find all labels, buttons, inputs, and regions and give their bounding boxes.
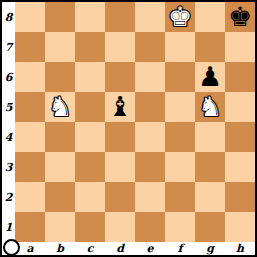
square-h7[interactable] [225, 32, 255, 62]
square-g5[interactable]: ♞ [195, 92, 225, 122]
black-pawn-icon: ♟ [195, 62, 225, 92]
square-a6[interactable] [15, 62, 45, 92]
square-g1[interactable] [195, 212, 225, 242]
square-d2[interactable] [105, 182, 135, 212]
square-h8[interactable]: ♚ [225, 2, 255, 32]
square-h3[interactable] [225, 152, 255, 182]
square-h5[interactable] [225, 92, 255, 122]
square-b5[interactable]: ♞ [45, 92, 75, 122]
square-f6[interactable] [165, 62, 195, 92]
square-c4[interactable] [75, 122, 105, 152]
square-b1[interactable] [45, 212, 75, 242]
white-to-move-indicator-icon [3, 239, 20, 256]
file-label-e: e [135, 242, 165, 255]
square-a4[interactable] [15, 122, 45, 152]
black-king-icon: ♚ [225, 2, 255, 32]
square-e5[interactable] [135, 92, 165, 122]
rank-label-2: 2 [2, 182, 15, 212]
square-g7[interactable] [195, 32, 225, 62]
square-g4[interactable] [195, 122, 225, 152]
square-g3[interactable] [195, 152, 225, 182]
square-e4[interactable] [135, 122, 165, 152]
square-c6[interactable] [75, 62, 105, 92]
file-label-g: g [195, 242, 225, 255]
chess-diagram: 87654321 ♚♚♟♞♝♞ abcdefgh [0, 0, 257, 257]
square-e1[interactable] [135, 212, 165, 242]
square-e7[interactable] [135, 32, 165, 62]
square-e2[interactable] [135, 182, 165, 212]
chess-board[interactable]: ♚♚♟♞♝♞ [15, 2, 255, 242]
rank-label-3: 3 [2, 152, 15, 182]
square-b2[interactable] [45, 182, 75, 212]
square-g2[interactable] [195, 182, 225, 212]
square-e3[interactable] [135, 152, 165, 182]
square-f2[interactable] [165, 182, 195, 212]
square-b6[interactable] [45, 62, 75, 92]
black-bishop-icon: ♝ [105, 92, 135, 122]
rank-label-5: 5 [2, 92, 15, 122]
file-label-b: b [45, 242, 75, 255]
square-c2[interactable] [75, 182, 105, 212]
square-g6[interactable]: ♟ [195, 62, 225, 92]
square-c3[interactable] [75, 152, 105, 182]
square-a1[interactable] [15, 212, 45, 242]
file-labels: abcdefgh [15, 242, 255, 255]
square-g8[interactable] [195, 2, 225, 32]
square-d6[interactable] [105, 62, 135, 92]
white-knight-icon: ♞ [45, 92, 75, 122]
square-e8[interactable] [135, 2, 165, 32]
square-d1[interactable] [105, 212, 135, 242]
square-h6[interactable] [225, 62, 255, 92]
file-label-c: c [75, 242, 105, 255]
square-f3[interactable] [165, 152, 195, 182]
square-c5[interactable] [75, 92, 105, 122]
square-f4[interactable] [165, 122, 195, 152]
square-a7[interactable] [15, 32, 45, 62]
square-b7[interactable] [45, 32, 75, 62]
square-f8[interactable]: ♚ [165, 2, 195, 32]
square-e6[interactable] [135, 62, 165, 92]
file-label-h: h [225, 242, 255, 255]
square-a5[interactable] [15, 92, 45, 122]
rank-labels: 87654321 [2, 2, 15, 242]
square-a2[interactable] [15, 182, 45, 212]
rank-label-8: 8 [2, 2, 15, 32]
square-b8[interactable] [45, 2, 75, 32]
square-d3[interactable] [105, 152, 135, 182]
rank-label-7: 7 [2, 32, 15, 62]
rank-label-6: 6 [2, 62, 15, 92]
square-a3[interactable] [15, 152, 45, 182]
square-b4[interactable] [45, 122, 75, 152]
square-c1[interactable] [75, 212, 105, 242]
square-h4[interactable] [225, 122, 255, 152]
square-f7[interactable] [165, 32, 195, 62]
square-d8[interactable] [105, 2, 135, 32]
rank-label-4: 4 [2, 122, 15, 152]
rank-label-1: 1 [2, 212, 15, 242]
square-b3[interactable] [45, 152, 75, 182]
square-f5[interactable] [165, 92, 195, 122]
square-c8[interactable] [75, 2, 105, 32]
square-h1[interactable] [225, 212, 255, 242]
white-knight-icon: ♞ [195, 92, 225, 122]
square-d5[interactable]: ♝ [105, 92, 135, 122]
square-d7[interactable] [105, 32, 135, 62]
square-d4[interactable] [105, 122, 135, 152]
square-c7[interactable] [75, 32, 105, 62]
square-a8[interactable] [15, 2, 45, 32]
square-f1[interactable] [165, 212, 195, 242]
file-label-f: f [165, 242, 195, 255]
white-king-icon: ♚ [165, 2, 195, 32]
file-label-d: d [105, 242, 135, 255]
square-h2[interactable] [225, 182, 255, 212]
